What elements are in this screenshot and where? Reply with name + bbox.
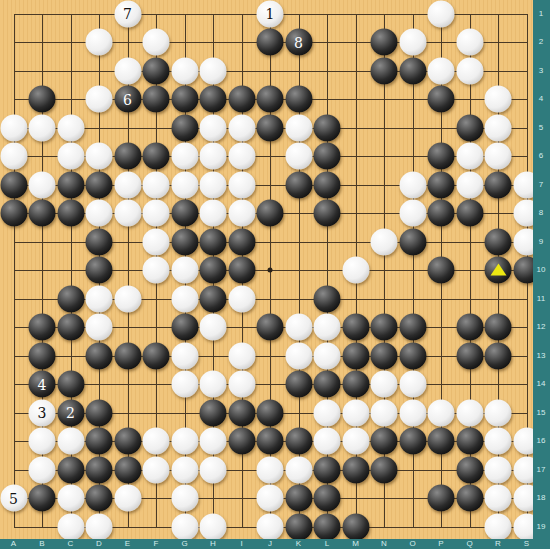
black-stone[interactable] [228, 428, 255, 455]
white-stone[interactable] [0, 114, 27, 141]
black-stone[interactable] [200, 257, 227, 284]
white-stone[interactable] [143, 428, 170, 455]
black-stone[interactable] [143, 342, 170, 369]
black-stone[interactable] [399, 428, 426, 455]
white-stone[interactable] [456, 57, 483, 84]
white-stone[interactable] [485, 513, 512, 540]
white-stone[interactable] [86, 314, 113, 341]
row-coordinate-label: 8 [539, 209, 543, 217]
white-stone[interactable] [399, 399, 426, 426]
row-coordinate-label: 2 [539, 38, 543, 46]
black-stone[interactable] [399, 342, 426, 369]
white-stone[interactable] [428, 57, 455, 84]
black-stone[interactable] [371, 342, 398, 369]
black-stone[interactable] [485, 257, 512, 284]
black-stone[interactable] [200, 285, 227, 312]
white-stone[interactable] [171, 371, 198, 398]
white-stone[interactable] [200, 200, 227, 227]
black-stone[interactable] [456, 200, 483, 227]
black-stone[interactable] [171, 200, 198, 227]
black-stone[interactable] [371, 456, 398, 483]
black-stone[interactable] [200, 399, 227, 426]
black-stone[interactable] [143, 143, 170, 170]
column-coordinate-label: O [409, 540, 415, 548]
black-stone[interactable] [86, 342, 113, 369]
row-coordinate-label: 7 [539, 181, 543, 189]
white-stone[interactable] [285, 114, 312, 141]
white-stone[interactable] [86, 29, 113, 56]
black-stone[interactable] [171, 86, 198, 113]
column-coordinate-label: D [96, 540, 102, 548]
white-stone[interactable] [29, 428, 56, 455]
column-coordinate-label: J [268, 540, 272, 548]
white-stone[interactable] [314, 342, 341, 369]
white-stone[interactable]: 3 [29, 399, 56, 426]
black-stone[interactable] [342, 513, 369, 540]
column-coordinate-label: N [381, 540, 387, 548]
white-stone[interactable] [29, 171, 56, 198]
black-stone[interactable] [314, 485, 341, 512]
black-stone[interactable] [371, 428, 398, 455]
black-stone[interactable] [171, 228, 198, 255]
white-stone[interactable] [143, 29, 170, 56]
black-stone[interactable] [114, 456, 141, 483]
move-number-label: 5 [9, 491, 18, 505]
white-stone[interactable] [171, 257, 198, 284]
white-stone[interactable] [86, 200, 113, 227]
black-stone[interactable] [428, 143, 455, 170]
black-stone[interactable] [314, 513, 341, 540]
triangle-marker [490, 263, 506, 275]
row-coordinate-label: 3 [539, 67, 543, 75]
black-stone[interactable] [428, 200, 455, 227]
white-stone[interactable] [200, 143, 227, 170]
black-stone[interactable] [314, 456, 341, 483]
white-stone[interactable] [0, 143, 27, 170]
black-stone[interactable] [57, 171, 84, 198]
black-stone[interactable] [57, 314, 84, 341]
black-stone[interactable] [314, 285, 341, 312]
white-stone[interactable] [257, 485, 284, 512]
white-stone[interactable] [257, 456, 284, 483]
white-stone[interactable] [114, 285, 141, 312]
star-point [268, 268, 273, 273]
white-stone[interactable] [314, 314, 341, 341]
row-coordinate-strip: 12345678910111213141516171819 [533, 0, 550, 549]
white-stone[interactable] [485, 86, 512, 113]
white-stone[interactable] [171, 143, 198, 170]
black-stone[interactable] [257, 314, 284, 341]
white-stone[interactable] [114, 485, 141, 512]
white-stone[interactable] [228, 285, 255, 312]
white-stone[interactable] [86, 285, 113, 312]
white-stone[interactable] [200, 114, 227, 141]
white-stone[interactable] [228, 200, 255, 227]
black-stone[interactable]: 8 [285, 29, 312, 56]
column-coordinate-label: F [154, 540, 159, 548]
move-number-label: 4 [38, 377, 47, 391]
black-stone[interactable] [57, 200, 84, 227]
black-stone[interactable] [257, 200, 284, 227]
white-stone[interactable] [57, 143, 84, 170]
white-stone[interactable] [399, 29, 426, 56]
black-stone[interactable] [228, 228, 255, 255]
black-stone[interactable] [228, 257, 255, 284]
black-stone[interactable] [399, 314, 426, 341]
black-stone[interactable] [57, 371, 84, 398]
black-stone[interactable] [143, 86, 170, 113]
white-stone[interactable] [143, 228, 170, 255]
black-stone[interactable] [257, 399, 284, 426]
white-stone[interactable] [171, 57, 198, 84]
black-stone[interactable] [57, 456, 84, 483]
white-stone[interactable] [314, 428, 341, 455]
black-stone[interactable] [200, 86, 227, 113]
black-stone[interactable] [428, 257, 455, 284]
column-coordinate-label: M [352, 540, 359, 548]
white-stone[interactable] [485, 456, 512, 483]
black-stone[interactable] [285, 371, 312, 398]
black-stone[interactable] [86, 428, 113, 455]
white-stone[interactable]: 1 [257, 0, 284, 27]
white-stone[interactable] [29, 114, 56, 141]
white-stone[interactable] [57, 114, 84, 141]
column-coordinate-label: C [68, 540, 74, 548]
white-stone[interactable] [114, 171, 141, 198]
black-stone[interactable]: 6 [114, 86, 141, 113]
black-stone[interactable] [29, 314, 56, 341]
black-stone[interactable] [456, 314, 483, 341]
black-stone[interactable] [86, 171, 113, 198]
row-coordinate-label: 19 [537, 523, 546, 531]
white-stone[interactable] [342, 399, 369, 426]
row-coordinate-label: 9 [539, 238, 543, 246]
white-stone[interactable] [228, 114, 255, 141]
black-stone[interactable] [399, 57, 426, 84]
row-coordinate-label: 16 [537, 437, 546, 445]
white-stone[interactable] [86, 86, 113, 113]
white-stone[interactable] [171, 513, 198, 540]
black-stone[interactable] [114, 143, 141, 170]
black-stone[interactable] [428, 86, 455, 113]
white-stone[interactable] [171, 485, 198, 512]
white-stone[interactable] [285, 456, 312, 483]
row-coordinate-label: 15 [537, 409, 546, 417]
white-stone[interactable] [228, 342, 255, 369]
black-stone[interactable] [257, 428, 284, 455]
white-stone[interactable] [171, 285, 198, 312]
black-stone[interactable] [57, 285, 84, 312]
black-stone[interactable] [314, 171, 341, 198]
row-coordinate-label: 10 [537, 266, 546, 274]
black-stone[interactable] [285, 428, 312, 455]
black-stone[interactable] [228, 399, 255, 426]
black-stone[interactable] [257, 114, 284, 141]
black-stone[interactable] [485, 314, 512, 341]
white-stone[interactable] [485, 485, 512, 512]
white-stone[interactable] [171, 428, 198, 455]
white-stone[interactable] [86, 513, 113, 540]
column-coordinate-label: G [181, 540, 187, 548]
column-coordinate-label: S [524, 540, 529, 548]
white-stone[interactable] [200, 371, 227, 398]
black-stone[interactable] [342, 456, 369, 483]
white-stone[interactable] [456, 171, 483, 198]
move-number-label: 1 [266, 7, 275, 21]
move-number-label: 3 [38, 406, 47, 420]
column-coordinate-label: E [125, 540, 130, 548]
white-stone[interactable] [143, 171, 170, 198]
white-stone[interactable] [342, 257, 369, 284]
black-stone[interactable] [428, 428, 455, 455]
white-stone[interactable] [428, 0, 455, 27]
white-stone[interactable] [371, 228, 398, 255]
white-stone[interactable] [228, 171, 255, 198]
black-stone[interactable] [86, 456, 113, 483]
white-stone[interactable] [485, 114, 512, 141]
white-stone[interactable] [314, 399, 341, 426]
white-stone[interactable] [114, 200, 141, 227]
white-stone[interactable] [200, 428, 227, 455]
black-stone[interactable] [456, 428, 483, 455]
white-stone[interactable] [114, 57, 141, 84]
move-number-label: 2 [66, 406, 75, 420]
row-coordinate-label: 12 [537, 323, 546, 331]
black-stone[interactable]: 4 [29, 371, 56, 398]
white-stone[interactable] [143, 200, 170, 227]
black-stone[interactable] [86, 399, 113, 426]
black-stone[interactable] [257, 29, 284, 56]
white-stone[interactable] [456, 29, 483, 56]
black-stone[interactable] [428, 171, 455, 198]
black-stone[interactable] [257, 86, 284, 113]
white-stone[interactable]: 5 [0, 485, 27, 512]
white-stone[interactable] [143, 456, 170, 483]
column-coordinate-label: R [495, 540, 501, 548]
white-stone[interactable] [485, 428, 512, 455]
row-coordinate-label: 18 [537, 494, 546, 502]
go-app-window: 71864325 12345678910111213141516171819 A… [0, 0, 550, 549]
row-coordinate-label: 11 [537, 295, 545, 303]
white-stone[interactable]: 7 [114, 0, 141, 27]
column-coordinate-label: A [11, 540, 16, 548]
white-stone[interactable] [485, 143, 512, 170]
move-number-label: 7 [123, 7, 132, 21]
move-number-label: 6 [123, 92, 132, 106]
black-stone[interactable] [285, 86, 312, 113]
black-stone[interactable] [171, 114, 198, 141]
column-coordinate-label: P [438, 540, 443, 548]
column-coordinate-label: Q [466, 540, 472, 548]
white-stone[interactable] [399, 171, 426, 198]
black-stone[interactable] [29, 485, 56, 512]
black-stone[interactable] [456, 485, 483, 512]
black-stone[interactable] [171, 314, 198, 341]
row-coordinate-label: 17 [537, 466, 546, 474]
white-stone[interactable] [257, 513, 284, 540]
white-stone[interactable] [57, 428, 84, 455]
grid-line-horizontal [14, 384, 528, 385]
white-stone[interactable] [285, 314, 312, 341]
white-stone[interactable] [200, 314, 227, 341]
black-stone[interactable] [371, 57, 398, 84]
black-stone[interactable] [342, 314, 369, 341]
row-coordinate-label: 13 [537, 352, 546, 360]
column-coordinate-label: K [296, 540, 301, 548]
black-stone[interactable] [314, 371, 341, 398]
black-stone[interactable] [0, 200, 27, 227]
column-coordinate-label: B [39, 540, 44, 548]
black-stone[interactable] [399, 228, 426, 255]
black-stone[interactable] [314, 114, 341, 141]
black-stone[interactable] [485, 171, 512, 198]
black-stone[interactable]: 2 [57, 399, 84, 426]
row-coordinate-label: 6 [539, 152, 543, 160]
go-board[interactable]: 71864325 [0, 0, 550, 549]
white-stone[interactable] [171, 171, 198, 198]
white-stone[interactable] [200, 171, 227, 198]
black-stone[interactable] [29, 200, 56, 227]
move-number-label: 8 [294, 35, 303, 49]
black-stone[interactable] [29, 86, 56, 113]
white-stone[interactable] [285, 342, 312, 369]
white-stone[interactable] [57, 513, 84, 540]
black-stone[interactable] [200, 228, 227, 255]
white-stone[interactable] [57, 485, 84, 512]
white-stone[interactable] [200, 57, 227, 84]
white-stone[interactable] [143, 257, 170, 284]
white-stone[interactable] [228, 143, 255, 170]
white-stone[interactable] [200, 513, 227, 540]
white-stone[interactable] [485, 399, 512, 426]
black-stone[interactable] [342, 342, 369, 369]
black-stone[interactable] [86, 257, 113, 284]
column-coordinate-label: I [240, 540, 242, 548]
black-stone[interactable] [342, 371, 369, 398]
white-stone[interactable] [456, 399, 483, 426]
column-coordinate-label: H [210, 540, 216, 548]
column-coordinate-label: L [325, 540, 329, 548]
white-stone[interactable] [371, 399, 398, 426]
black-stone[interactable] [0, 171, 27, 198]
white-stone[interactable] [456, 143, 483, 170]
white-stone[interactable] [171, 342, 198, 369]
black-stone[interactable] [456, 456, 483, 483]
black-stone[interactable] [371, 314, 398, 341]
black-stone[interactable] [114, 428, 141, 455]
white-stone[interactable] [29, 456, 56, 483]
black-stone[interactable] [114, 342, 141, 369]
white-stone[interactable] [399, 200, 426, 227]
white-stone[interactable] [342, 428, 369, 455]
black-stone[interactable] [285, 171, 312, 198]
column-coordinate-strip: ABCDEFGHIJKLMNOPQRS [0, 539, 550, 549]
white-stone[interactable] [86, 143, 113, 170]
row-coordinate-label: 4 [539, 95, 543, 103]
row-coordinate-label: 1 [539, 10, 543, 18]
black-stone[interactable] [314, 200, 341, 227]
black-stone[interactable] [456, 342, 483, 369]
black-stone[interactable] [86, 228, 113, 255]
white-stone[interactable] [171, 456, 198, 483]
row-coordinate-label: 5 [539, 124, 543, 132]
black-stone[interactable] [285, 513, 312, 540]
black-stone[interactable] [456, 114, 483, 141]
row-coordinate-label: 14 [537, 380, 546, 388]
white-stone[interactable] [200, 456, 227, 483]
black-stone[interactable] [143, 57, 170, 84]
black-stone[interactable] [371, 29, 398, 56]
white-stone[interactable] [428, 399, 455, 426]
black-stone[interactable] [29, 342, 56, 369]
black-stone[interactable] [428, 485, 455, 512]
white-stone[interactable] [285, 143, 312, 170]
black-stone[interactable] [285, 485, 312, 512]
black-stone[interactable] [485, 228, 512, 255]
white-stone[interactable] [228, 371, 255, 398]
white-stone[interactable] [371, 371, 398, 398]
black-stone[interactable] [314, 143, 341, 170]
white-stone[interactable] [399, 371, 426, 398]
black-stone[interactable] [86, 485, 113, 512]
black-stone[interactable] [228, 86, 255, 113]
black-stone[interactable] [485, 342, 512, 369]
